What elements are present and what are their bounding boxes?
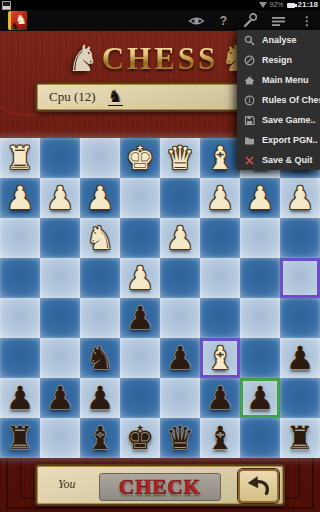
black-bishop: ♝ [200,418,240,458]
battery-percent: 92% [270,0,284,10]
black-king: ♚ [120,418,160,458]
square-b6[interactable] [240,338,280,378]
square-b8[interactable] [240,418,280,458]
black-pawn: ♟ [120,298,160,338]
dropdown-menu: Analyse Resign Main Menu Rules Of Chess … [237,30,320,170]
battery-icon [287,3,295,8]
undo-arrow-icon [244,473,274,499]
square-b3[interactable] [240,218,280,258]
square-g2[interactable]: ♟ [40,178,80,218]
black-bishop: ♝ [80,418,120,458]
square-b7[interactable]: ♟ [240,378,280,418]
player-status-banner: You CHECK [35,464,285,506]
square-f7[interactable]: ♟ [80,378,120,418]
app-knight-small-icon: ♞ [11,21,19,30]
square-f5[interactable] [80,298,120,338]
undo-button[interactable] [238,469,279,503]
black-rook: ♜ [0,418,40,458]
square-c5[interactable] [200,298,240,338]
square-a8[interactable]: ♜ [280,418,320,458]
menu-item-main-menu[interactable]: Main Menu [237,70,320,90]
white-queen: ♛ [160,138,200,178]
square-h7[interactable]: ♟ [0,378,40,418]
square-e7[interactable] [120,378,160,418]
check-status-text: CHECK [119,475,201,500]
menu-item-rules-of-chess[interactable]: Rules Of Chess [237,90,320,110]
menu-item-resign[interactable]: Resign [237,50,320,70]
move-list-icon[interactable] [272,13,286,29]
square-d3[interactable]: ♟ [160,218,200,258]
square-h5[interactable] [0,298,40,338]
square-b2[interactable]: ♟ [240,178,280,218]
magnifier-icon [244,35,255,46]
square-c1[interactable]: ♝ [200,138,240,178]
square-f1[interactable] [80,138,120,178]
white-knight: ♞ [80,218,120,258]
square-e4[interactable]: ♟ [120,258,160,298]
white-pawn: ♟ [120,258,160,298]
square-c8[interactable]: ♝ [200,418,240,458]
white-rook: ♜ [0,138,40,178]
cpu-label: Cpu (12) [49,89,96,105]
square-d1[interactable]: ♛ [160,138,200,178]
menu-item-save-and-quit[interactable]: Save & Quit [237,150,320,170]
square-f2[interactable]: ♟ [80,178,120,218]
black-pawn: ♟ [160,338,200,378]
home-icon [244,75,255,86]
square-b5[interactable] [240,298,280,338]
square-h1[interactable]: ♜ [0,138,40,178]
square-g4[interactable] [40,258,80,298]
square-h4[interactable] [0,258,40,298]
square-f3[interactable]: ♞ [80,218,120,258]
white-pawn: ♟ [160,218,200,258]
cpu-knight-icon: ♞ [108,88,123,106]
help-icon[interactable]: ? [220,13,227,29]
signal-icon [259,2,267,8]
square-g3[interactable] [40,218,80,258]
square-g1[interactable] [40,138,80,178]
square-c3[interactable] [200,218,240,258]
folder-icon [244,135,255,146]
white-pawn: ♟ [240,178,280,218]
square-a5[interactable] [280,298,320,338]
square-g8[interactable] [40,418,80,458]
square-a6[interactable]: ♟ [280,338,320,378]
square-h6[interactable] [0,338,40,378]
menu-item-export-pgn[interactable]: Export PGN.. [237,130,320,150]
square-e8[interactable]: ♚ [120,418,160,458]
square-b4[interactable] [240,258,280,298]
black-pawn: ♟ [0,378,40,418]
square-f8[interactable]: ♝ [80,418,120,458]
square-d5[interactable] [160,298,200,338]
square-d2[interactable] [160,178,200,218]
white-pawn: ♟ [200,178,240,218]
square-h3[interactable] [0,218,40,258]
square-e6[interactable] [120,338,160,378]
black-knight: ♞ [80,338,120,378]
clock: 21:18 [298,0,318,10]
square-e3[interactable] [120,218,160,258]
white-bishop: ♝ [200,138,240,178]
menu-item-save-game[interactable]: Save Game.. [237,110,320,130]
info-icon [244,95,255,106]
square-c2[interactable]: ♟ [200,178,240,218]
no-entry-icon [244,55,255,66]
page-title: CHESS [102,41,219,77]
white-bishop: ♝ [200,338,240,378]
floppy-icon [244,115,255,126]
square-e1[interactable]: ♚ [120,138,160,178]
white-pawn: ♟ [40,178,80,218]
square-h8[interactable]: ♜ [0,418,40,458]
player-label: You [58,477,76,492]
black-queen: ♛ [160,418,200,458]
overflow-menu-icon[interactable]: ⋮ [301,13,313,29]
black-pawn: ♟ [280,338,320,378]
square-g7[interactable]: ♟ [40,378,80,418]
square-f6[interactable]: ♞ [80,338,120,378]
title-knight-left-icon: ♞ [67,39,99,79]
wrench-icon[interactable] [242,13,257,29]
black-pawn: ♟ [200,378,240,418]
square-c6[interactable]: ♝ [200,338,240,378]
square-d4[interactable] [160,258,200,298]
square-a4[interactable] [280,258,320,298]
white-pawn: ♟ [280,178,320,218]
black-pawn: ♟ [40,378,80,418]
square-c4[interactable] [200,258,240,298]
black-pawn: ♟ [80,378,120,418]
notification-icon [2,1,11,10]
white-pawn: ♟ [80,178,120,218]
square-d8[interactable]: ♛ [160,418,200,458]
black-rook: ♜ [280,418,320,458]
app-icon: ♞ ♞ [8,11,27,30]
red-x-icon [244,155,255,166]
square-a7[interactable] [280,378,320,418]
square-g6[interactable] [40,338,80,378]
square-g5[interactable] [40,298,80,338]
square-e2[interactable] [120,178,160,218]
square-f4[interactable] [80,258,120,298]
square-c7[interactable]: ♟ [200,378,240,418]
white-pawn: ♟ [0,178,40,218]
square-a3[interactable] [280,218,320,258]
square-e5[interactable]: ♟ [120,298,160,338]
status-bar: 92% 21:18 [0,0,320,10]
menu-item-analyse[interactable]: Analyse [237,30,320,50]
square-d7[interactable] [160,378,200,418]
square-a2[interactable]: ♟ [280,178,320,218]
eye-icon[interactable] [188,13,205,29]
square-d6[interactable]: ♟ [160,338,200,378]
chess-board[interactable]: ♜♚♛♝♞♜♟♟♟♟♟♟♞♟♟♟♞♟♝♟♟♟♟♟♟♜♝♚♛♝♜ [0,138,320,458]
check-panel: CHECK [99,473,221,501]
black-pawn: ♟ [240,378,280,418]
white-king: ♚ [120,138,160,178]
action-bar: ♞ ♞ ? ⋮ [0,10,320,31]
square-h2[interactable]: ♟ [0,178,40,218]
